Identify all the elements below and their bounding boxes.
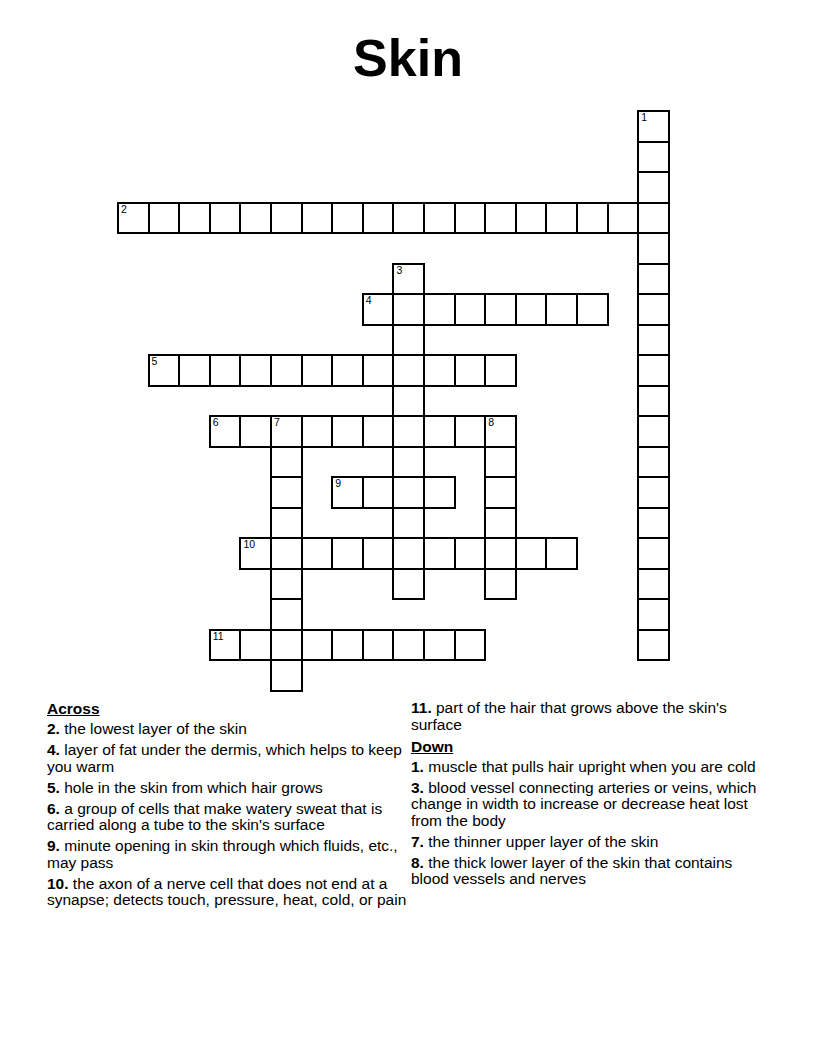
clue-item: 3. blood vessel connecting arteries or v…	[411, 780, 774, 830]
grid-cell[interactable]	[637, 415, 670, 448]
grid-cell[interactable]	[637, 263, 670, 296]
grid-cell[interactable]	[423, 354, 456, 387]
clue-number-label: 5	[152, 356, 158, 367]
grid-cell[interactable]	[362, 354, 395, 387]
grid-cell[interactable]	[270, 537, 303, 570]
grid-cell[interactable]: 2	[117, 202, 150, 235]
grid-cell[interactable]	[454, 629, 487, 662]
clue-item: 1. muscle that pulls hair upright when y…	[411, 759, 774, 776]
grid-cell[interactable]	[392, 507, 425, 540]
grid-cell[interactable]	[637, 385, 670, 418]
grid-cell[interactable]: 4	[362, 293, 395, 326]
grid-cell[interactable]	[484, 293, 517, 326]
grid-cell[interactable]	[637, 537, 670, 570]
grid-cell[interactable]	[392, 568, 425, 601]
grid-cell[interactable]	[637, 568, 670, 601]
grid-cell[interactable]	[270, 568, 303, 601]
grid-cell[interactable]	[637, 446, 670, 479]
grid-cell[interactable]	[423, 476, 456, 509]
grid-cell[interactable]	[637, 598, 670, 631]
grid-cell[interactable]	[301, 202, 334, 235]
grid-cell[interactable]	[178, 354, 211, 387]
clue-item: 6. a group of cells that make watery swe…	[47, 801, 410, 834]
grid-cell[interactable]	[270, 354, 303, 387]
grid-cell[interactable]	[362, 415, 395, 448]
clue-item: 11. part of the hair that grows above th…	[411, 700, 774, 733]
grid-cell[interactable]	[484, 354, 517, 387]
grid-cell[interactable]	[576, 293, 609, 326]
clue-number-label: 2	[121, 204, 127, 215]
grid-cell[interactable]	[454, 293, 487, 326]
grid-cell[interactable]	[515, 537, 548, 570]
grid-cell[interactable]	[270, 507, 303, 540]
grid-cell[interactable]	[515, 202, 548, 235]
grid-cell[interactable]	[392, 476, 425, 509]
grid-cell[interactable]	[301, 629, 334, 662]
grid-cell[interactable]	[637, 354, 670, 387]
grid-cell[interactable]	[392, 202, 425, 235]
grid-cell[interactable]	[301, 537, 334, 570]
grid-cell[interactable]	[423, 415, 456, 448]
grid-cell[interactable]	[301, 415, 334, 448]
grid-cell[interactable]	[637, 476, 670, 509]
grid-cell[interactable]	[637, 171, 670, 204]
grid-cell[interactable]	[545, 293, 578, 326]
clue-number-label: 10	[243, 539, 255, 550]
grid-cell[interactable]: 7	[270, 415, 303, 448]
grid-cell[interactable]	[392, 354, 425, 387]
clue-number-label: 3	[396, 265, 402, 276]
clue-number-label: 8	[488, 417, 494, 428]
clue-item: 9. minute opening in skin through which …	[47, 838, 410, 871]
grid-cell[interactable]	[484, 507, 517, 540]
grid-cell[interactable]	[331, 537, 364, 570]
grid-cell[interactable]	[178, 202, 211, 235]
grid-cell[interactable]	[270, 598, 303, 631]
grid-cell[interactable]	[392, 415, 425, 448]
grid-cell[interactable]	[454, 354, 487, 387]
grid-cell[interactable]	[209, 202, 242, 235]
clue-number-label: 11	[213, 631, 224, 642]
grid-cell[interactable]	[392, 324, 425, 357]
grid-cell[interactable]	[607, 202, 640, 235]
grid-cell[interactable]: 10	[239, 537, 272, 570]
grid-cell[interactable]: 3	[392, 263, 425, 296]
grid-cell[interactable]	[331, 415, 364, 448]
grid-cell[interactable]	[209, 354, 242, 387]
grid-cell[interactable]	[484, 568, 517, 601]
clue-number-label: 1	[641, 112, 647, 123]
clue-number-label: 9	[335, 478, 341, 489]
worksheet-page: Skin 1234567891011 Across 2. the lowest …	[0, 0, 816, 1056]
grid-cell[interactable]	[362, 629, 395, 662]
clue-item: 8. the thick lower layer of the skin tha…	[411, 855, 774, 888]
clue-item: 5. hole in the skin from which hair grow…	[47, 780, 410, 797]
grid-cell[interactable]	[331, 354, 364, 387]
grid-cell[interactable]	[637, 141, 670, 174]
clue-item: 2. the lowest layer of the skin	[47, 721, 410, 738]
grid-cell[interactable]: 9	[331, 476, 364, 509]
grid-cell[interactable]	[637, 629, 670, 662]
grid-cell[interactable]	[239, 629, 272, 662]
clue-number-label: 4	[366, 295, 372, 306]
grid-cell[interactable]	[423, 202, 456, 235]
grid-cell[interactable]	[423, 293, 456, 326]
grid-cell[interactable]	[484, 446, 517, 479]
grid-cell[interactable]	[239, 415, 272, 448]
grid-cell[interactable]	[392, 629, 425, 662]
grid-cell[interactable]	[331, 629, 364, 662]
grid-cell[interactable]	[484, 537, 517, 570]
grid-cell[interactable]	[270, 476, 303, 509]
grid-cell[interactable]: 1	[637, 110, 670, 143]
clue-item: 10. the axon of a nerve cell that does n…	[47, 876, 410, 909]
grid-cell[interactable]	[392, 385, 425, 418]
grid-cell[interactable]	[637, 324, 670, 357]
clue-item: 4. layer of fat under the dermis, which …	[47, 742, 410, 775]
grid-cell[interactable]: 8	[484, 415, 517, 448]
grid-cell[interactable]	[637, 232, 670, 265]
grid-cell[interactable]	[392, 537, 425, 570]
grid-cell[interactable]	[515, 293, 548, 326]
down-heading: Down	[411, 738, 774, 755]
grid-cell[interactable]	[270, 446, 303, 479]
crossword-grid: 1234567891011	[117, 110, 673, 693]
grid-cell[interactable]	[239, 354, 272, 387]
grid-cell[interactable]	[392, 446, 425, 479]
grid-cell[interactable]	[301, 354, 334, 387]
grid-cell[interactable]	[362, 537, 395, 570]
grid-cell[interactable]	[545, 202, 578, 235]
across-heading: Across	[47, 700, 410, 717]
grid-cell[interactable]	[423, 537, 456, 570]
grid-cell[interactable]: 6	[209, 415, 242, 448]
grid-cell[interactable]	[392, 293, 425, 326]
grid-cell[interactable]	[239, 202, 272, 235]
grid-cell[interactable]	[637, 202, 670, 235]
grid-cell[interactable]	[637, 293, 670, 326]
grid-cell[interactable]	[545, 537, 578, 570]
grid-cell[interactable]	[148, 202, 181, 235]
grid-cell[interactable]	[454, 537, 487, 570]
grid-cell[interactable]	[270, 629, 303, 662]
clues-column-left: Across 2. the lowest layer of the skin4.…	[47, 700, 410, 913]
grid-cell[interactable]: 5	[148, 354, 181, 387]
grid-cell[interactable]	[484, 202, 517, 235]
grid-cell[interactable]	[454, 202, 487, 235]
grid-cell[interactable]	[454, 415, 487, 448]
grid-cell[interactable]: 11	[209, 629, 242, 662]
grid-cell[interactable]	[270, 202, 303, 235]
grid-cell[interactable]	[331, 202, 364, 235]
grid-cell[interactable]	[270, 659, 303, 692]
grid-cell[interactable]	[362, 202, 395, 235]
grid-cell[interactable]	[576, 202, 609, 235]
clue-item: 7. the thinner upper layer of the skin	[411, 834, 774, 851]
grid-cell[interactable]	[423, 629, 456, 662]
puzzle-title: Skin	[0, 28, 816, 88]
grid-cell[interactable]	[362, 476, 395, 509]
clues-column-right: 11. part of the hair that grows above th…	[411, 700, 774, 892]
clue-number-label: 6	[213, 417, 219, 428]
clue-number-label: 7	[274, 417, 280, 428]
grid-cell[interactable]	[637, 507, 670, 540]
grid-cell[interactable]	[484, 476, 517, 509]
